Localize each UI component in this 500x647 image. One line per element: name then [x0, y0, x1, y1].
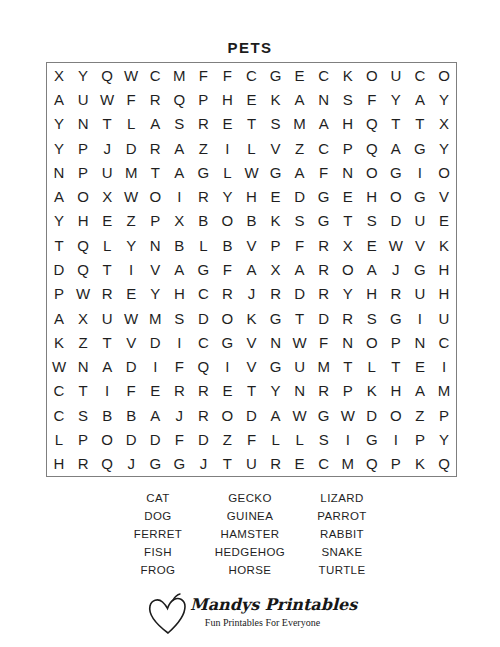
grid-cell-r14c10: Y: [264, 379, 288, 403]
grid-cell-r4c9: L: [239, 136, 263, 160]
grid-cell-r11c2: X: [71, 306, 95, 330]
grid-cell-r5c15: G: [384, 160, 408, 184]
grid-cell-r3c16: T: [408, 112, 432, 136]
grid-cell-r7c12: G: [312, 209, 336, 233]
grid-cell-r8c3: L: [95, 233, 119, 257]
grid-cell-r4c17: Y: [432, 136, 456, 160]
grid-cell-r6c7: R: [191, 184, 215, 208]
grid-cell-r6c4: W: [119, 184, 143, 208]
grid-cell-r3c14: Q: [360, 112, 384, 136]
grid-cell-r14c6: R: [167, 379, 191, 403]
grid-cell-r16c11: L: [288, 427, 312, 451]
grid-cell-r6c9: H: [239, 184, 263, 208]
grid-cell-r11c7: D: [191, 306, 215, 330]
grid-cell-r7c5: P: [143, 209, 167, 233]
grid-cell-r16c14: G: [360, 427, 384, 451]
grid-cell-r5c5: T: [143, 160, 167, 184]
grid-cell-r3c8: E: [215, 112, 239, 136]
grid-cell-r12c9: V: [239, 330, 263, 354]
grid-cell-r8c5: N: [143, 233, 167, 257]
grid-cell-r7c16: U: [408, 209, 432, 233]
grid-cell-r17c1: H: [47, 452, 71, 476]
grid-cell-r1c4: W: [119, 63, 143, 87]
grid-cell-r4c15: A: [384, 136, 408, 160]
grid-cell-r12c13: N: [336, 330, 360, 354]
grid-cell-r1c12: C: [312, 63, 336, 87]
grid-cell-r11c16: I: [408, 306, 432, 330]
grid-cell-r15c4: B: [119, 403, 143, 427]
grid-cell-r4c16: G: [408, 136, 432, 160]
grid-cell-r14c11: N: [288, 379, 312, 403]
grid-cell-r17c5: G: [143, 452, 167, 476]
grid-cell-r9c14: A: [360, 257, 384, 281]
grid-cell-r10c15: R: [384, 282, 408, 306]
grid-cell-r9c8: F: [215, 257, 239, 281]
grid-cell-r9c2: Q: [71, 257, 95, 281]
grid-cell-r14c13: P: [336, 379, 360, 403]
grid-cell-r15c5: A: [143, 403, 167, 427]
grid-cell-r9c9: A: [239, 257, 263, 281]
grid-cell-r3c15: T: [384, 112, 408, 136]
grid-cell-r9c4: I: [119, 257, 143, 281]
grid-cell-r17c3: Q: [95, 452, 119, 476]
grid-cell-r8c13: X: [336, 233, 360, 257]
grid-cell-r15c11: W: [288, 403, 312, 427]
grid-cell-r6c6: I: [167, 184, 191, 208]
grid-cell-r10c9: J: [239, 282, 263, 306]
grid-cell-r11c12: D: [312, 306, 336, 330]
grid-cell-r5c11: A: [288, 160, 312, 184]
word-list-item: HAMSTER: [204, 525, 296, 543]
grid-cell-r14c14: K: [360, 379, 384, 403]
grid-cell-r13c6: F: [167, 355, 191, 379]
grid-cell-r3c12: A: [312, 112, 336, 136]
grid-cell-r16c3: O: [95, 427, 119, 451]
grid-cell-r14c2: T: [71, 379, 95, 403]
grid-cell-r7c6: X: [167, 209, 191, 233]
heart-icon: [144, 593, 190, 639]
grid-cell-r1c11: E: [288, 63, 312, 87]
grid-cell-r15c13: W: [336, 403, 360, 427]
grid-cell-r8c16: V: [408, 233, 432, 257]
grid-cell-r1c14: O: [360, 63, 384, 87]
grid-cell-r13c10: G: [264, 355, 288, 379]
grid-cell-r1c2: Y: [71, 63, 95, 87]
grid-cell-r4c5: R: [143, 136, 167, 160]
grid-cell-r12c17: C: [432, 330, 456, 354]
grid-cell-r10c2: W: [71, 282, 95, 306]
grid-cell-r8c12: R: [312, 233, 336, 257]
grid-cell-r16c12: S: [312, 427, 336, 451]
grid-cell-r6c8: Y: [215, 184, 239, 208]
word-list-column: LIZARDPARROTRABBITSNAKETURTLE: [296, 489, 388, 579]
grid-cell-r17c16: K: [408, 452, 432, 476]
word-list: CATDOGFERRETFISHFROGGECKOGUINEAHAMSTERHE…: [112, 489, 388, 579]
grid-cell-r7c7: B: [191, 209, 215, 233]
grid-cell-r8c8: B: [215, 233, 239, 257]
grid-cell-r3c6: S: [167, 112, 191, 136]
grid-cell-r6c10: E: [264, 184, 288, 208]
grid-cell-r7c15: D: [384, 209, 408, 233]
word-list-item: HEDGEHOG: [204, 543, 296, 561]
grid-cell-r11c17: U: [432, 306, 456, 330]
grid-cell-r2c9: E: [239, 87, 263, 111]
word-list-item: DOG: [112, 507, 204, 525]
grid-cell-r4c1: Y: [47, 136, 71, 160]
grid-cell-r9c1: D: [47, 257, 71, 281]
grid-cell-r9c15: J: [384, 257, 408, 281]
grid-cell-r11c14: S: [360, 306, 384, 330]
grid-cell-r12c6: I: [167, 330, 191, 354]
grid-cell-r2c5: R: [143, 87, 167, 111]
grid-cell-r15c14: D: [360, 403, 384, 427]
grid-cell-r2c13: S: [336, 87, 360, 111]
worksheet-page: PETS XYQWCMFFCGECKOUCOAUWFRQPHEKANSFYAYY…: [0, 0, 500, 647]
grid-cell-r12c14: O: [360, 330, 384, 354]
grid-cell-r3c7: R: [191, 112, 215, 136]
grid-cell-r7c1: Y: [47, 209, 71, 233]
grid-cell-r8c2: Q: [71, 233, 95, 257]
grid-cell-r4c4: D: [119, 136, 143, 160]
grid-cell-r2c4: F: [119, 87, 143, 111]
grid-cell-r3c4: L: [119, 112, 143, 136]
word-list-item: RABBIT: [296, 525, 388, 543]
grid-cell-r10c10: R: [264, 282, 288, 306]
grid-cell-r4c3: J: [95, 136, 119, 160]
grid-cell-r16c15: I: [384, 427, 408, 451]
grid-cell-r5c17: O: [432, 160, 456, 184]
grid-cell-r11c1: A: [47, 306, 71, 330]
grid-cell-r5c13: N: [336, 160, 360, 184]
grid-cell-r11c6: S: [167, 306, 191, 330]
grid-cell-r14c16: A: [408, 379, 432, 403]
word-list-item: FISH: [112, 543, 204, 561]
grid-cell-r14c9: T: [239, 379, 263, 403]
word-list-item: FERRET: [112, 525, 204, 543]
grid-cell-r1c13: K: [336, 63, 360, 87]
grid-cell-r15c16: Z: [408, 403, 432, 427]
grid-cell-r11c10: G: [264, 306, 288, 330]
grid-cell-r8c11: F: [288, 233, 312, 257]
grid-cell-r3c10: S: [264, 112, 288, 136]
grid-cell-r8c9: V: [239, 233, 263, 257]
grid-cell-r6c12: G: [312, 184, 336, 208]
grid-cell-r10c4: E: [119, 282, 143, 306]
brand-name: Mandys Printables: [190, 595, 335, 614]
grid-cell-r10c7: C: [191, 282, 215, 306]
grid-cell-r3c3: T: [95, 112, 119, 136]
grid-cell-r13c12: M: [312, 355, 336, 379]
grid-cell-r11c9: K: [239, 306, 263, 330]
grid-cell-r1c3: Q: [95, 63, 119, 87]
grid-cell-r15c1: C: [47, 403, 71, 427]
grid-cell-r5c9: W: [239, 160, 263, 184]
grid-cell-r15c9: D: [239, 403, 263, 427]
grid-cell-r12c4: V: [119, 330, 143, 354]
grid-cell-r11c8: O: [215, 306, 239, 330]
grid-cell-r9c6: A: [167, 257, 191, 281]
word-list-item: GECKO: [204, 489, 296, 507]
grid-cell-r1c5: C: [143, 63, 167, 87]
grid-cell-r5c12: F: [312, 160, 336, 184]
grid-cell-r16c6: F: [167, 427, 191, 451]
grid-cell-r6c15: O: [384, 184, 408, 208]
grid-cell-r9c7: G: [191, 257, 215, 281]
grid-cell-r13c3: A: [95, 355, 119, 379]
grid-cell-r6c17: V: [432, 184, 456, 208]
grid-cell-r15c7: R: [191, 403, 215, 427]
word-list-item: LIZARD: [296, 489, 388, 507]
grid-cell-r14c1: C: [47, 379, 71, 403]
grid-cell-r14c15: H: [384, 379, 408, 403]
grid-cell-r5c10: G: [264, 160, 288, 184]
grid-cell-r3c13: H: [336, 112, 360, 136]
grid-cell-r1c6: M: [167, 63, 191, 87]
grid-cell-r11c15: G: [384, 306, 408, 330]
grid-cell-r17c17: Q: [432, 452, 456, 476]
grid-cell-r15c17: P: [432, 403, 456, 427]
grid-cell-r6c3: X: [95, 184, 119, 208]
grid-cell-r5c1: N: [47, 160, 71, 184]
grid-cell-r1c8: F: [215, 63, 239, 87]
grid-cell-r1c9: C: [239, 63, 263, 87]
grid-cell-r9c12: R: [312, 257, 336, 281]
grid-cell-r16c13: I: [336, 427, 360, 451]
grid-cell-r17c12: C: [312, 452, 336, 476]
grid-cell-r6c14: H: [360, 184, 384, 208]
grid-cell-r12c5: D: [143, 330, 167, 354]
grid-cell-r9c16: G: [408, 257, 432, 281]
grid-cell-r12c11: W: [288, 330, 312, 354]
grid-cell-r2c16: A: [408, 87, 432, 111]
grid-cell-r9c13: O: [336, 257, 360, 281]
grid-cell-r16c5: D: [143, 427, 167, 451]
grid-cell-r4c2: P: [71, 136, 95, 160]
grid-cell-r3c5: A: [143, 112, 167, 136]
grid-cell-r3c11: M: [288, 112, 312, 136]
grid-cell-r4c6: A: [167, 136, 191, 160]
grid-cell-r13c7: Q: [191, 355, 215, 379]
grid-cell-r12c12: F: [312, 330, 336, 354]
grid-cell-r9c11: A: [288, 257, 312, 281]
grid-cell-r13c9: V: [239, 355, 263, 379]
grid-cell-r1c16: C: [408, 63, 432, 87]
grid-cell-r5c3: U: [95, 160, 119, 184]
grid-cell-r2c14: F: [360, 87, 384, 111]
grid-cell-r14c3: I: [95, 379, 119, 403]
grid-cell-r4c8: I: [215, 136, 239, 160]
word-list-item: PARROT: [296, 507, 388, 525]
grid-cell-r10c5: Y: [143, 282, 167, 306]
grid-cell-r17c6: G: [167, 452, 191, 476]
grid-cell-r10c13: Y: [336, 282, 360, 306]
puzzle-title: PETS: [0, 39, 500, 56]
grid-cell-r14c5: E: [143, 379, 167, 403]
grid-cell-r8c10: P: [264, 233, 288, 257]
grid-cell-r5c14: O: [360, 160, 384, 184]
grid-cell-r2c10: K: [264, 87, 288, 111]
grid-cell-r17c9: U: [239, 452, 263, 476]
grid-cell-r8c6: B: [167, 233, 191, 257]
grid-cell-r6c2: O: [71, 184, 95, 208]
grid-cell-r8c15: W: [384, 233, 408, 257]
grid-cell-r13c15: T: [384, 355, 408, 379]
grid-cell-r13c1: W: [47, 355, 71, 379]
grid-cell-r14c8: E: [215, 379, 239, 403]
grid-cell-r11c4: W: [119, 306, 143, 330]
grid-cell-r13c11: U: [288, 355, 312, 379]
grid-cell-r16c7: D: [191, 427, 215, 451]
grid-cell-r10c16: U: [408, 282, 432, 306]
grid-cell-r10c6: H: [167, 282, 191, 306]
grid-cell-r11c3: U: [95, 306, 119, 330]
grid-cell-r12c3: T: [95, 330, 119, 354]
grid-cell-r13c14: L: [360, 355, 384, 379]
grid-cell-r4c7: Z: [191, 136, 215, 160]
grid-cell-r17c11: E: [288, 452, 312, 476]
grid-cell-r17c8: T: [215, 452, 239, 476]
grid-cell-r2c2: U: [71, 87, 95, 111]
grid-cell-r6c13: E: [336, 184, 360, 208]
grid-cell-r8c17: K: [432, 233, 456, 257]
grid-cell-r3c9: T: [239, 112, 263, 136]
grid-cell-r2c6: Q: [167, 87, 191, 111]
word-list-column: GECKOGUINEAHAMSTERHEDGEHOGHORSE: [204, 489, 296, 579]
grid-cell-r4c11: Z: [288, 136, 312, 160]
word-list-item: GUINEA: [204, 507, 296, 525]
grid-cell-r10c17: H: [432, 282, 456, 306]
grid-cell-r16c9: F: [239, 427, 263, 451]
word-list-item: TURTLE: [296, 561, 388, 579]
grid-cell-r15c12: G: [312, 403, 336, 427]
grid-cell-r2c7: P: [191, 87, 215, 111]
grid-cell-r12c15: P: [384, 330, 408, 354]
grid-cell-r12c16: N: [408, 330, 432, 354]
grid-cell-r12c2: Z: [71, 330, 95, 354]
grid-cell-r5c8: L: [215, 160, 239, 184]
grid-cell-r1c15: U: [384, 63, 408, 87]
grid-cell-r17c2: R: [71, 452, 95, 476]
grid-cell-r1c10: G: [264, 63, 288, 87]
grid-cell-r13c8: I: [215, 355, 239, 379]
grid-cell-r2c15: Y: [384, 87, 408, 111]
grid-cell-r16c2: P: [71, 427, 95, 451]
grid-cell-r14c7: R: [191, 379, 215, 403]
word-list-item: SNAKE: [296, 543, 388, 561]
grid-cell-r6c1: A: [47, 184, 71, 208]
grid-cell-r9c17: H: [432, 257, 456, 281]
grid-cell-r6c11: D: [288, 184, 312, 208]
brand-logo: Mandys Printables Fun Printables For Eve…: [0, 591, 500, 641]
grid-cell-r6c16: G: [408, 184, 432, 208]
grid-cell-r13c13: T: [336, 355, 360, 379]
grid-cell-r10c12: R: [312, 282, 336, 306]
word-list-item: HORSE: [204, 561, 296, 579]
grid-cell-r5c16: I: [408, 160, 432, 184]
grid-cell-r5c7: G: [191, 160, 215, 184]
grid-cell-r5c2: P: [71, 160, 95, 184]
grid-cell-r7c4: Z: [119, 209, 143, 233]
grid-cell-r8c14: E: [360, 233, 384, 257]
grid-cell-r6c5: O: [143, 184, 167, 208]
grid-cell-r7c9: B: [239, 209, 263, 233]
grid-cell-r10c8: R: [215, 282, 239, 306]
grid-cell-r14c12: R: [312, 379, 336, 403]
grid-cell-r12c8: G: [215, 330, 239, 354]
grid-cell-r17c13: M: [336, 452, 360, 476]
word-list-item: CAT: [112, 489, 204, 507]
grid-cell-r16c1: L: [47, 427, 71, 451]
grid-cell-r13c2: N: [71, 355, 95, 379]
grid-cell-r2c3: W: [95, 87, 119, 111]
brand-tagline: Fun Printables For Everyone: [190, 617, 335, 628]
grid-cell-r10c14: H: [360, 282, 384, 306]
grid-cell-r9c3: T: [95, 257, 119, 281]
grid-cell-r8c4: Y: [119, 233, 143, 257]
grid-cell-r17c14: Q: [360, 452, 384, 476]
grid-cell-r8c1: T: [47, 233, 71, 257]
grid-cell-r15c2: S: [71, 403, 95, 427]
grid-cell-r16c10: L: [264, 427, 288, 451]
grid-cell-r17c4: J: [119, 452, 143, 476]
grid-cell-r16c4: D: [119, 427, 143, 451]
grid-cell-r7c14: S: [360, 209, 384, 233]
grid-cell-r4c10: V: [264, 136, 288, 160]
word-list-item: FROG: [112, 561, 204, 579]
grid-cell-r12c1: K: [47, 330, 71, 354]
grid-cell-r2c12: N: [312, 87, 336, 111]
grid-cell-r17c15: P: [384, 452, 408, 476]
word-list-column: CATDOGFERRETFISHFROG: [112, 489, 204, 579]
grid-cell-r2c1: A: [47, 87, 71, 111]
grid-cell-r3c2: N: [71, 112, 95, 136]
grid-cell-r11c5: M: [143, 306, 167, 330]
grid-cell-r14c17: M: [432, 379, 456, 403]
word-search-grid: XYQWCMFFCGECKOUCOAUWFRQPHEKANSFYAYYNTLAS…: [46, 62, 457, 477]
grid-cell-r2c8: H: [215, 87, 239, 111]
grid-cell-r15c3: B: [95, 403, 119, 427]
grid-cell-r2c17: Y: [432, 87, 456, 111]
grid-cell-r4c13: P: [336, 136, 360, 160]
grid-cell-r9c5: V: [143, 257, 167, 281]
grid-cell-r7c17: E: [432, 209, 456, 233]
grid-cell-r5c6: A: [167, 160, 191, 184]
grid-cell-r13c16: E: [408, 355, 432, 379]
grid-cell-r15c6: J: [167, 403, 191, 427]
grid-cell-r12c7: C: [191, 330, 215, 354]
grid-cell-r3c17: X: [432, 112, 456, 136]
grid-cell-r10c1: P: [47, 282, 71, 306]
grid-cell-r12c10: N: [264, 330, 288, 354]
grid-cell-r9c10: X: [264, 257, 288, 281]
grid-cell-r10c11: D: [288, 282, 312, 306]
grid-cell-r15c8: O: [215, 403, 239, 427]
grid-cell-r1c7: F: [191, 63, 215, 87]
grid-cell-r10c3: R: [95, 282, 119, 306]
grid-cell-r7c8: O: [215, 209, 239, 233]
grid-cell-r8c7: L: [191, 233, 215, 257]
grid-cell-r16c8: Z: [215, 427, 239, 451]
grid-cell-r7c11: S: [288, 209, 312, 233]
grid-cell-r4c14: Q: [360, 136, 384, 160]
grid-cell-r13c17: I: [432, 355, 456, 379]
grid-cell-r4c12: C: [312, 136, 336, 160]
grid-cell-r1c17: O: [432, 63, 456, 87]
grid-cell-r13c5: I: [143, 355, 167, 379]
grid-cell-r2c11: A: [288, 87, 312, 111]
grid-cell-r16c17: Y: [432, 427, 456, 451]
grid-cell-r13c4: D: [119, 355, 143, 379]
